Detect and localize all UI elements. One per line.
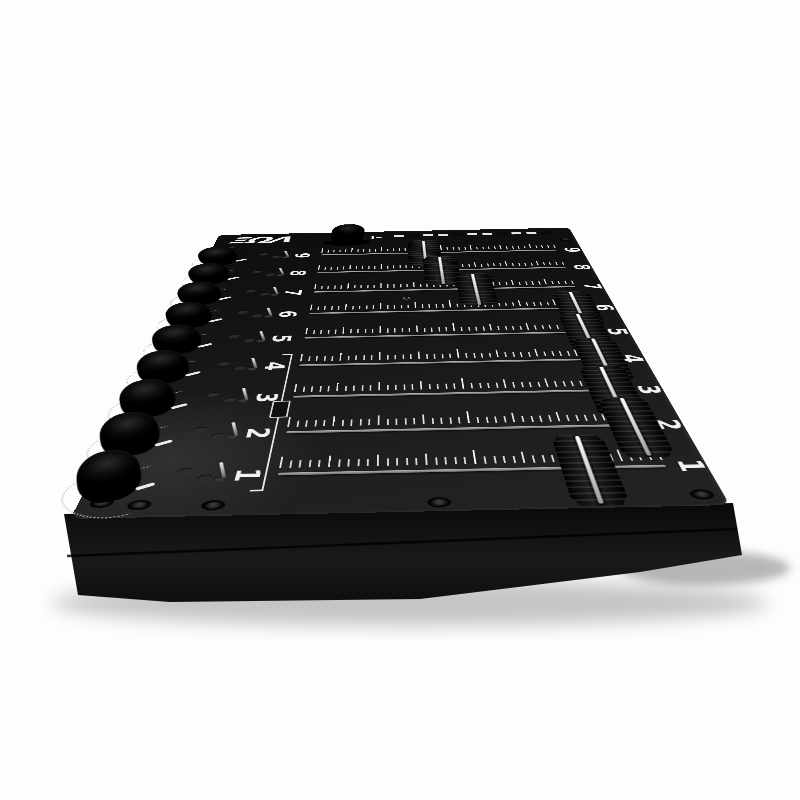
led-hole: [234, 365, 247, 370]
scale-tick: [394, 328, 395, 332]
scale-tick: [396, 458, 398, 465]
scale-tick: [350, 329, 352, 333]
panel-screw: [427, 497, 452, 508]
scale-tick: [435, 457, 437, 464]
function-button[interactable]: [451, 233, 464, 237]
scale-tick: [299, 460, 302, 467]
scale-tick: [452, 247, 454, 250]
scale-tick: [354, 285, 356, 288]
scale-tick: [387, 355, 388, 360]
scale-tick: [327, 250, 329, 253]
scale-tick: [319, 386, 321, 391]
scale-tick: [488, 246, 490, 249]
led-hole: [197, 474, 213, 482]
scale-tick: [323, 420, 325, 426]
scale-tick: [420, 381, 422, 389]
scale-tick: [472, 450, 476, 464]
panel-screw: [688, 489, 717, 499]
scale-tick: [300, 354, 303, 361]
label-chip: [394, 235, 404, 237]
scale-tick: [416, 458, 418, 465]
scale-tick: [503, 456, 506, 463]
scale-tick: [452, 323, 455, 331]
scale-tick: [538, 281, 541, 284]
scale-tick: [294, 384, 297, 392]
scale-tick: [512, 246, 514, 249]
scale-tick: [549, 325, 552, 329]
scale-tick: [401, 328, 403, 332]
fader-cap-indicator-line: [438, 257, 445, 285]
fader-cap-indicator-line: [575, 436, 604, 503]
scale-tick: [318, 460, 321, 467]
scale-tick: [483, 456, 486, 463]
scale-tick: [405, 248, 406, 251]
led-hole: [237, 310, 249, 314]
scale-tick: [366, 306, 368, 310]
product-photo: ΞΩΛ: [0, 0, 800, 800]
scale-tick: [531, 281, 534, 284]
channel-number-left: 5: [263, 331, 299, 346]
scale-tick: [413, 418, 415, 424]
scale-tick: [317, 307, 319, 311]
scale-tick: [548, 415, 552, 421]
scale-tick: [422, 415, 424, 425]
scale-tick: [551, 455, 555, 462]
scale-tick: [512, 352, 515, 357]
scale-tick: [339, 353, 341, 360]
scale-tick: [526, 302, 529, 306]
scale-tick: [424, 328, 426, 332]
scale-tick: [408, 305, 410, 309]
scale-tick: [416, 325, 418, 332]
scale-tick: [476, 417, 479, 423]
scale-tick: [453, 383, 455, 388]
scale-tick: [529, 244, 532, 248]
scale-tick: [347, 283, 349, 288]
detent-mark-icon: [403, 297, 410, 300]
scale-tick: [338, 306, 340, 310]
scale-tick: [435, 304, 437, 308]
scale-tick: [526, 323, 530, 330]
scale-tick: [555, 262, 558, 265]
scale-tick: [505, 282, 507, 285]
scale-tick: [523, 246, 525, 249]
scale-tick: [575, 415, 579, 421]
scale-tick: [405, 418, 407, 424]
led-hole: [259, 253, 269, 256]
scale-tick: [530, 416, 533, 422]
scale-tick: [395, 355, 397, 360]
scale-tick: [311, 386, 313, 391]
scale-tick: [476, 247, 478, 250]
top-button-group-1: [394, 233, 433, 237]
scale-tick: [512, 302, 515, 306]
scale-tick: [316, 356, 318, 361]
scale-tick: [556, 325, 559, 329]
scale-tick: [483, 326, 485, 330]
led-hole: [217, 361, 230, 366]
scale-tick: [375, 249, 376, 252]
scale-tick: [446, 327, 448, 331]
scale-tick: [373, 305, 374, 309]
led-hole: [206, 391, 220, 397]
scale-tick: [456, 304, 458, 308]
scale-tick: [549, 262, 552, 265]
scale-tick: [512, 456, 516, 463]
scale-tick: [330, 267, 332, 270]
scale-tick: [475, 327, 477, 331]
scale-tick: [440, 418, 442, 424]
scale-tick: [494, 246, 496, 249]
channel-number-left: 8: [283, 268, 313, 279]
scale-tick: [371, 355, 373, 360]
scale-tick: [308, 460, 311, 467]
scale-tick: [380, 283, 381, 288]
scale-tick: [520, 352, 523, 357]
scale-tick: [302, 386, 305, 391]
scale-tick: [413, 282, 415, 287]
scale-tick: [406, 458, 408, 465]
scale-tick: [394, 305, 395, 309]
scale-tick: [387, 249, 388, 252]
scale-tick: [418, 351, 420, 358]
scale-tick: [559, 351, 562, 356]
led-hole: [245, 289, 256, 293]
scale-tick: [395, 384, 397, 389]
scale-tick: [566, 415, 570, 421]
scale-tick: [353, 385, 355, 390]
scale-tick: [400, 284, 401, 287]
scale-tick: [374, 266, 375, 269]
channel-number-right: 9: [557, 245, 588, 255]
panel-screw: [558, 238, 573, 241]
scale-tick: [519, 326, 522, 330]
scale-tick: [517, 246, 519, 249]
scale-tick: [506, 246, 508, 249]
scale-tick: [348, 459, 350, 466]
scale-tick: [355, 355, 357, 360]
scale-tick: [556, 412, 561, 422]
scale-tick: [279, 457, 283, 468]
scale-tick: [479, 383, 482, 388]
scale-tick: [401, 305, 402, 309]
fader-cap-indicator-line: [619, 398, 651, 456]
scale-tick: [449, 418, 451, 424]
scale-tick: [363, 249, 364, 252]
top-button-group-4: [526, 231, 553, 235]
scale-tick: [310, 305, 312, 311]
scale-tick: [547, 245, 549, 248]
channel-number-left: 2: [235, 422, 280, 444]
scale-tick: [313, 330, 315, 334]
scale-tick: [449, 353, 451, 358]
scale-tick: [360, 419, 362, 425]
scale-tick: [499, 263, 501, 266]
scale-tick: [539, 416, 543, 422]
scale-tick: [365, 329, 367, 333]
label-chip: [423, 234, 433, 236]
scale-tick: [379, 326, 381, 333]
scale-tick: [305, 328, 308, 335]
led-hole: [271, 255, 281, 258]
scale-tick: [361, 385, 363, 390]
scale-tick: [445, 383, 447, 388]
scale-tick: [341, 285, 343, 288]
scale-tick: [530, 263, 532, 266]
legend-dash-icon: [376, 237, 382, 238]
scale-tick: [410, 354, 412, 359]
scale-tick: [407, 284, 408, 287]
scale-tick: [495, 382, 498, 387]
scale-tick: [521, 416, 524, 422]
scale-tick: [543, 351, 546, 356]
scale-tick: [520, 382, 523, 387]
scale-tick: [381, 264, 382, 269]
scale-tick: [541, 455, 545, 462]
scale-tick: [512, 263, 514, 266]
scale-tick: [529, 382, 532, 387]
scale-tick: [336, 383, 338, 391]
scale-tick: [426, 354, 428, 359]
scale-tick: [593, 415, 597, 421]
scale-tick: [493, 263, 495, 266]
scale-tick: [368, 266, 369, 269]
scale-tick: [387, 266, 388, 269]
scale-tick: [352, 306, 354, 310]
scale-tick: [387, 328, 388, 332]
scale-tick: [356, 266, 357, 269]
scale-tick: [393, 248, 394, 251]
scale-tick: [381, 247, 382, 251]
scale-tick: [528, 352, 531, 357]
scale-tick: [337, 267, 339, 270]
led-hole: [211, 432, 226, 439]
scale-tick: [541, 245, 543, 248]
scale-tick: [468, 327, 470, 331]
scale-tick: [324, 356, 326, 361]
scale-tick: [387, 458, 389, 465]
scale-tick: [367, 459, 369, 466]
function-button[interactable]: [408, 234, 420, 238]
label-chip: [511, 232, 522, 234]
top-button-group-3: [482, 231, 522, 235]
scale-tick: [481, 264, 483, 267]
scale-tick: [532, 455, 536, 462]
scale-tick: [481, 353, 483, 358]
scale-tick: [449, 300, 452, 307]
led-hole: [259, 292, 270, 296]
scale-tick: [350, 420, 352, 426]
scale-tick: [305, 421, 308, 427]
scale-tick: [345, 385, 347, 390]
scale-tick: [328, 330, 330, 334]
scale-tick: [462, 264, 464, 267]
function-button[interactable]: [539, 231, 553, 235]
scale-tick: [367, 285, 368, 288]
scale-tick: [409, 328, 411, 332]
scale-tick: [370, 385, 372, 390]
scale-tick: [387, 419, 389, 425]
led-hole: [243, 338, 255, 343]
scale-tick: [428, 384, 430, 389]
scale-tick: [494, 417, 497, 423]
scale-tick: [505, 303, 507, 307]
fader-cap[interactable]: [423, 256, 462, 286]
channel-number-left: 1: [222, 462, 271, 488]
label-chip: [467, 233, 477, 235]
scale-tick: [377, 455, 379, 466]
scale-tick: [521, 452, 526, 463]
scale-tick: [335, 330, 337, 334]
scale-tick: [296, 421, 299, 427]
scale-tick: [458, 247, 460, 250]
scale-tick: [387, 385, 389, 390]
scale-tick: [511, 280, 514, 285]
channel-number-right: 7: [575, 280, 610, 292]
scale-tick: [541, 325, 544, 329]
scale-tick: [499, 245, 502, 249]
scale-tick: [426, 283, 428, 286]
scale-tick: [561, 262, 564, 265]
scale-tick: [349, 265, 351, 270]
scale-tick: [328, 386, 330, 391]
scale-tick: [489, 324, 492, 331]
scale-tick: [338, 459, 340, 466]
scale-tick: [287, 417, 291, 427]
scale-tick: [533, 302, 536, 306]
label-chip: [526, 232, 537, 234]
scale-tick: [461, 378, 465, 388]
scale-tick: [431, 328, 433, 332]
scale-tick: [360, 285, 361, 288]
scale-tick: [314, 284, 316, 289]
scale-tick: [442, 304, 444, 308]
scale-tick: [328, 456, 331, 467]
scale-tick: [473, 353, 475, 358]
scale-tick: [321, 248, 323, 252]
scale-tick: [414, 302, 416, 308]
scale-tick: [357, 249, 358, 252]
scale-tick: [374, 285, 375, 288]
scale-tick: [546, 302, 549, 306]
scale-tick: [562, 381, 566, 386]
scale-tick: [378, 382, 380, 390]
scale-tick: [321, 286, 323, 289]
scale-tick: [584, 415, 588, 421]
scale-tick: [425, 454, 428, 465]
scale-tick: [331, 306, 333, 310]
legend-mark-icon: [371, 236, 373, 240]
scale-tick: [496, 350, 499, 357]
channel-number-left: 9: [288, 251, 316, 261]
scale-tick: [503, 416, 506, 422]
led-hole: [251, 314, 263, 318]
scale-tick: [474, 262, 476, 267]
scale-tick: [333, 250, 335, 253]
scale-tick: [466, 412, 470, 424]
scale-tick: [544, 378, 548, 386]
scale-tick: [393, 284, 394, 287]
scale-tick: [318, 265, 320, 270]
scale-tick: [372, 329, 374, 333]
scale-tick: [351, 248, 353, 252]
scale-tick: [454, 457, 457, 464]
scale-tick: [551, 351, 554, 356]
scale-tick: [505, 326, 508, 330]
scale-tick: [441, 354, 443, 359]
scale-tick: [544, 279, 547, 284]
scale-tick: [468, 264, 470, 267]
scale-tick: [464, 247, 466, 250]
scale-tick: [359, 306, 361, 310]
scale-tick: [539, 302, 542, 306]
scale-tick: [503, 379, 507, 387]
scale-tick: [387, 305, 388, 309]
scale-tick: [465, 353, 467, 358]
scale-tick: [567, 351, 570, 356]
scale-tick: [308, 356, 310, 361]
scale-tick: [464, 457, 467, 464]
scale-tick: [343, 266, 345, 269]
scale-tick: [525, 281, 527, 284]
scale-tick: [512, 326, 515, 330]
scale-tick: [399, 248, 400, 251]
scale-tick: [387, 284, 388, 287]
scale-tick: [554, 381, 557, 386]
scale-tick: [341, 420, 343, 426]
scale-tick: [551, 281, 554, 284]
scale-tick: [535, 245, 537, 248]
scale-tick: [511, 413, 515, 423]
scale-tick: [345, 304, 347, 310]
scale-tick: [332, 356, 334, 361]
channel-number-left: 3: [245, 388, 287, 407]
scale-tick: [362, 266, 363, 269]
scale-tick: [489, 353, 492, 358]
scale-tick: [579, 381, 583, 386]
scale-tick: [505, 261, 508, 266]
scale-tick: [499, 282, 501, 285]
scale-tick: [421, 304, 423, 308]
led-hole: [192, 426, 207, 433]
panel-screw: [200, 500, 227, 511]
scale-tick: [438, 327, 440, 331]
scale-tick: [357, 329, 359, 333]
scale-tick: [461, 327, 463, 331]
scale-tick: [403, 384, 405, 389]
scale-tick: [396, 419, 398, 425]
scale-tick: [363, 355, 365, 360]
led-hole: [252, 270, 262, 273]
scale-tick: [570, 381, 574, 386]
led-hole: [228, 334, 240, 339]
scale-tick: [357, 459, 359, 466]
scale-tick: [406, 265, 407, 268]
scale-tick: [553, 245, 555, 248]
scale-tick: [536, 261, 539, 266]
function-button[interactable]: [495, 232, 508, 236]
scale-tick: [482, 247, 484, 250]
fader-cap-indicator-line: [471, 274, 481, 305]
scale-tick: [347, 356, 349, 361]
label-chip: [482, 233, 492, 235]
scale-tick: [314, 420, 317, 426]
scale-tick: [524, 263, 526, 266]
scale-tick: [470, 245, 472, 249]
scale-tick: [444, 457, 447, 464]
scale-tick: [412, 384, 414, 389]
scale-tick: [379, 352, 381, 359]
